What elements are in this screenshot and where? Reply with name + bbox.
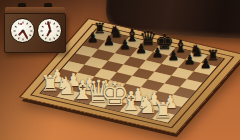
chess-photo-scene: ♜♞♝♛♚♝♞♜♟♟♟♟♟♟♟♟♟♟♟♟♟♟♟♟♜♞♝♛♚♝♞♜ [0, 0, 240, 140]
dial-tick [22, 38, 23, 40]
dial-tick [53, 22, 55, 25]
dial-tick [49, 38, 50, 40]
dial-tick [30, 30, 32, 31]
piece-black-pawn-g7[interactable]: ♟ [184, 53, 196, 66]
dial-tick [44, 36, 46, 39]
clock-flag [19, 22, 22, 25]
piece-black-pawn-f7[interactable]: ♟ [168, 50, 180, 63]
piece-black-pawn-a7[interactable]: ♟ [87, 31, 99, 44]
dial-tick [13, 30, 15, 31]
dial-tick [57, 30, 59, 31]
dial-center-pin [48, 29, 51, 32]
dial-tick [28, 34, 31, 36]
dial-center-pin [21, 29, 24, 32]
dial-tick [53, 36, 55, 39]
piece-black-pawn-h7[interactable]: ♟ [200, 57, 212, 70]
dial-tick [26, 22, 28, 25]
dial-tick [14, 34, 17, 36]
clock-body [4, 13, 66, 53]
piece-black-pawn-c7[interactable]: ♟ [119, 38, 131, 51]
dial-tick [55, 34, 58, 36]
chess-clock [4, 3, 66, 53]
dial-tick [28, 25, 31, 27]
dial-tick [22, 21, 23, 23]
dial-tick [55, 25, 58, 27]
piece-black-pawn-b7[interactable]: ♟ [103, 35, 115, 48]
piece-black-pawn-d7[interactable]: ♟ [135, 42, 147, 55]
dial-tick [40, 30, 42, 31]
dial-tick [41, 25, 44, 27]
dial-tick [14, 25, 17, 27]
piece-white-rook-h1[interactable]: ♜ [153, 98, 173, 120]
dial-tick [41, 34, 44, 36]
clock-dial-left [10, 18, 35, 43]
dial-tick [17, 36, 19, 39]
clock-dial-right [37, 18, 62, 43]
piece-black-pawn-e7[interactable]: ♟ [151, 46, 163, 59]
